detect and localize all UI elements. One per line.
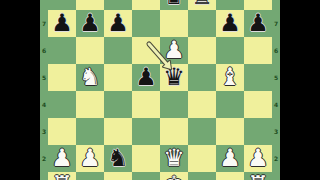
square-h4[interactable] [244,91,272,118]
square-b2[interactable]: ♟ [76,145,104,172]
white-knight-b5: ♞ [79,64,101,91]
square-h3[interactable] [244,118,272,145]
square-e6[interactable]: ♟ [160,37,188,64]
square-e1[interactable]: ♚ [160,172,188,180]
black-pawn-d5: ♟ [135,64,157,91]
square-a7[interactable]: ♟ [48,10,76,37]
white-rook-h1: ♜ [247,172,269,180]
square-f5[interactable] [188,64,216,91]
square-a2[interactable]: ♟ [48,145,76,172]
square-b8[interactable] [76,0,104,10]
square-g1[interactable] [216,172,244,180]
black-pawn-a7: ♟ [51,10,73,37]
square-d6[interactable] [132,37,160,64]
square-d4[interactable] [132,91,160,118]
rank-label-5-right: 5 [272,74,280,81]
rank-label-4-right: 4 [272,101,280,108]
black-pawn-c7: ♟ [107,10,129,37]
black-pawn-h7: ♟ [247,10,269,37]
square-d2[interactable] [132,145,160,172]
video-frame: ♚♜♟♟♟♟♟♟♞♟♛♝♟♟♞♛♟♟♜♚♜ 776655443322 [0,0,320,180]
square-d1[interactable] [132,172,160,180]
white-queen-e2: ♛ [163,145,185,172]
rank-label-6-right: 6 [272,47,280,54]
square-e5[interactable]: ♛ [160,64,188,91]
square-e7[interactable] [160,10,188,37]
square-b5[interactable]: ♞ [76,64,104,91]
square-c1[interactable] [104,172,132,180]
square-e3[interactable] [160,118,188,145]
square-d7[interactable] [132,10,160,37]
square-h2[interactable]: ♟ [244,145,272,172]
rank-label-2-left: 2 [40,155,48,162]
square-b6[interactable] [76,37,104,64]
black-queen-e5: ♛ [163,64,185,91]
square-a6[interactable] [48,37,76,64]
white-pawn-h2: ♟ [247,145,269,172]
square-e8[interactable]: ♚ [160,0,188,10]
square-g8[interactable] [216,0,244,10]
rank-label-2-right: 2 [272,155,280,162]
white-king-e1: ♚ [163,172,185,180]
square-f6[interactable] [188,37,216,64]
square-g4[interactable] [216,91,244,118]
white-bishop-g5: ♝ [219,64,241,91]
square-c5[interactable] [104,64,132,91]
square-h1[interactable]: ♜ [244,172,272,180]
square-g3[interactable] [216,118,244,145]
square-c7[interactable]: ♟ [104,10,132,37]
black-pawn-b7: ♟ [79,10,101,37]
square-f1[interactable] [188,172,216,180]
square-a4[interactable] [48,91,76,118]
square-c8[interactable] [104,0,132,10]
board-squares: ♚♜♟♟♟♟♟♟♞♟♛♝♟♟♞♛♟♟♜♚♜ [48,0,272,180]
square-d5[interactable]: ♟ [132,64,160,91]
square-d3[interactable] [132,118,160,145]
square-b4[interactable] [76,91,104,118]
square-b7[interactable]: ♟ [76,10,104,37]
letterbox-right [280,0,320,180]
square-a3[interactable] [48,118,76,145]
white-pawn-g2: ♟ [219,145,241,172]
square-g2[interactable]: ♟ [216,145,244,172]
square-h5[interactable] [244,64,272,91]
white-pawn-a2: ♟ [51,145,73,172]
white-pawn-e6: ♟ [163,37,185,64]
square-a8[interactable] [48,0,76,10]
square-f8[interactable]: ♜ [188,0,216,10]
rank-label-3-left: 3 [40,128,48,135]
square-h8[interactable] [244,0,272,10]
square-b1[interactable] [76,172,104,180]
rank-label-5-left: 5 [40,74,48,81]
white-pawn-b2: ♟ [79,145,101,172]
black-pawn-g7: ♟ [219,10,241,37]
square-g5[interactable]: ♝ [216,64,244,91]
square-e2[interactable]: ♛ [160,145,188,172]
square-c6[interactable] [104,37,132,64]
square-f3[interactable] [188,118,216,145]
square-h6[interactable] [244,37,272,64]
square-c4[interactable] [104,91,132,118]
rank-label-3-right: 3 [272,128,280,135]
square-a1[interactable]: ♜ [48,172,76,180]
rank-label-4-left: 4 [40,101,48,108]
square-f7[interactable] [188,10,216,37]
letterbox-left [0,0,40,180]
black-rook-f8: ♜ [191,0,213,10]
square-g6[interactable] [216,37,244,64]
square-c2[interactable]: ♞ [104,145,132,172]
square-a5[interactable] [48,64,76,91]
black-knight-c2: ♞ [107,145,129,172]
rank-label-7-left: 7 [40,20,48,27]
square-d8[interactable] [132,0,160,10]
square-b3[interactable] [76,118,104,145]
white-rook-a1: ♜ [51,172,73,180]
rank-label-6-left: 6 [40,47,48,54]
square-f2[interactable] [188,145,216,172]
square-g7[interactable]: ♟ [216,10,244,37]
black-king-e8: ♚ [163,0,185,10]
chess-board: ♚♜♟♟♟♟♟♟♞♟♛♝♟♟♞♛♟♟♜♚♜ 776655443322 [40,0,280,180]
square-h7[interactable]: ♟ [244,10,272,37]
square-e4[interactable] [160,91,188,118]
rank-label-7-right: 7 [272,20,280,27]
square-f4[interactable] [188,91,216,118]
square-c3[interactable] [104,118,132,145]
